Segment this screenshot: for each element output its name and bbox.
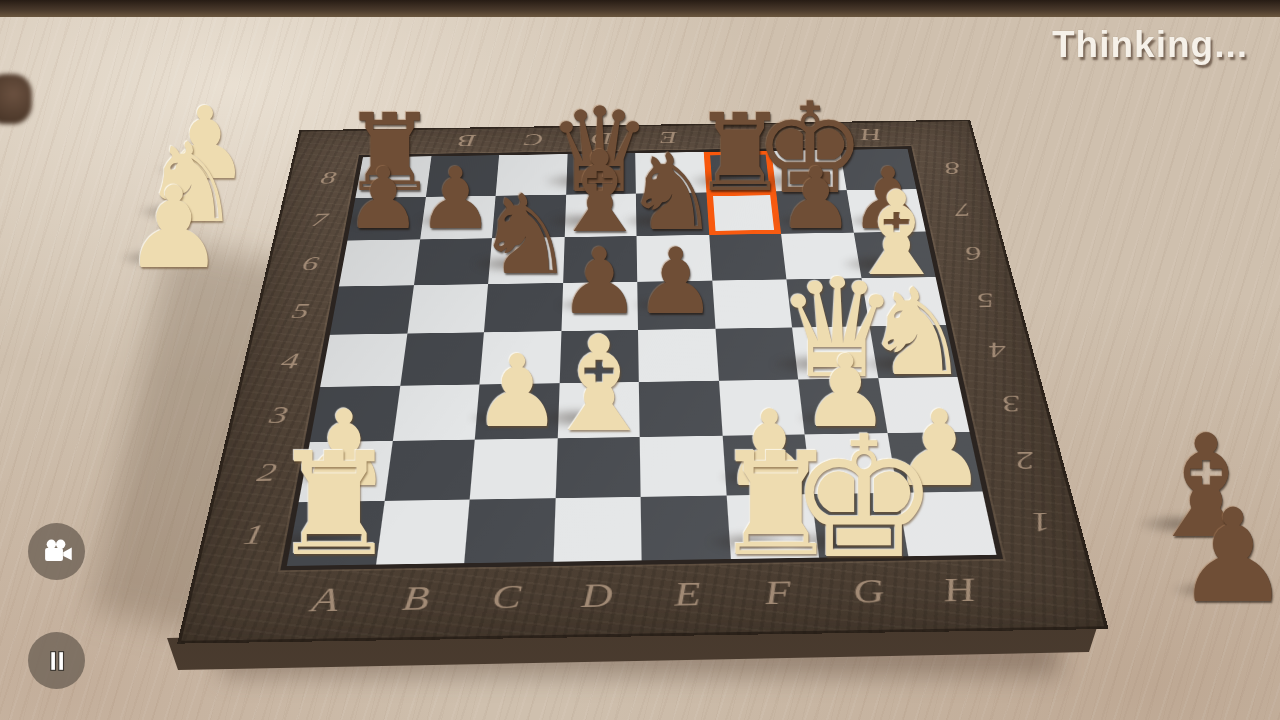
coordinate-label-C: C	[460, 577, 553, 617]
piece-white-bishop-d3[interactable]: ♝	[540, 318, 658, 450]
square-b4[interactable]	[400, 332, 484, 385]
coordinate-label-B: B	[432, 131, 501, 150]
piece-black-pawn-a7[interactable]: ♟	[345, 156, 421, 241]
square-f6[interactable]	[709, 234, 787, 281]
piece-black-pawn-g7[interactable]: ♟	[778, 156, 854, 241]
coordinate-label-6: 6	[262, 241, 347, 288]
captured-black-pawn[interactable]: ♟	[1175, 492, 1280, 621]
square-a5[interactable]	[330, 285, 414, 335]
square-b3[interactable]	[392, 384, 479, 441]
piece-white-king-g1[interactable]: ♚	[789, 414, 940, 582]
coordinate-label-5: 5	[250, 286, 339, 336]
video-camera-icon	[40, 537, 74, 567]
pause-button[interactable]	[28, 632, 85, 689]
coordinate-label-1: 1	[982, 490, 1088, 555]
status-text: Thinking...	[1052, 24, 1248, 66]
piece-white-rook-a1[interactable]: ♜	[270, 433, 398, 576]
camera-button[interactable]	[28, 523, 85, 580]
square-d1[interactable]	[553, 496, 642, 561]
coordinate-label-4: 4	[238, 335, 330, 388]
square-c1[interactable]	[464, 498, 555, 563]
square-a4[interactable]	[320, 334, 407, 387]
captured-white-pawn[interactable]: ♟	[123, 172, 224, 285]
pause-icon	[42, 646, 72, 676]
coordinate-label-D: D	[551, 576, 642, 616]
